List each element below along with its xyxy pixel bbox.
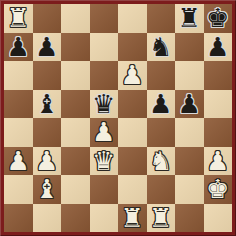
square-c1[interactable]	[61, 204, 90, 233]
square-c4[interactable]	[61, 118, 90, 147]
white-king[interactable]: ♚	[204, 175, 233, 204]
square-f7[interactable]: ♞	[147, 33, 176, 62]
black-pawn[interactable]: ♟	[4, 33, 33, 62]
chess-board: ♜♜♚♟♟♞♟♟♝♛♟♟♟♟♟♛♞♟♝♚♜♜	[4, 4, 232, 232]
square-c2[interactable]	[61, 175, 90, 204]
square-e4[interactable]	[118, 118, 147, 147]
square-e2[interactable]	[118, 175, 147, 204]
square-e1[interactable]: ♜	[118, 204, 147, 233]
black-knight[interactable]: ♞	[147, 33, 176, 62]
square-h7[interactable]: ♟	[204, 33, 233, 62]
square-d8[interactable]	[90, 4, 119, 33]
square-b6[interactable]	[33, 61, 62, 90]
square-f3[interactable]: ♞	[147, 147, 176, 176]
square-f2[interactable]	[147, 175, 176, 204]
square-a3[interactable]: ♟	[4, 147, 33, 176]
square-e3[interactable]	[118, 147, 147, 176]
square-b4[interactable]	[33, 118, 62, 147]
square-c8[interactable]	[61, 4, 90, 33]
square-b8[interactable]	[33, 4, 62, 33]
square-d1[interactable]	[90, 204, 119, 233]
square-a5[interactable]	[4, 90, 33, 119]
square-a1[interactable]	[4, 204, 33, 233]
square-d3[interactable]: ♛	[90, 147, 119, 176]
black-king[interactable]: ♚	[204, 4, 233, 33]
black-pawn[interactable]: ♟	[175, 90, 204, 119]
black-pawn[interactable]: ♟	[147, 90, 176, 119]
square-f6[interactable]	[147, 61, 176, 90]
white-rook[interactable]: ♜	[118, 204, 147, 233]
square-d4[interactable]: ♟	[90, 118, 119, 147]
black-pawn[interactable]: ♟	[204, 33, 233, 62]
square-e7[interactable]	[118, 33, 147, 62]
square-a8[interactable]: ♜	[4, 4, 33, 33]
square-e6[interactable]: ♟	[118, 61, 147, 90]
white-bishop[interactable]: ♝	[33, 175, 62, 204]
white-queen[interactable]: ♛	[90, 147, 119, 176]
square-a6[interactable]	[4, 61, 33, 90]
square-h1[interactable]	[204, 204, 233, 233]
square-h2[interactable]: ♚	[204, 175, 233, 204]
square-c7[interactable]	[61, 33, 90, 62]
square-b7[interactable]: ♟	[33, 33, 62, 62]
black-rook[interactable]: ♜	[175, 4, 204, 33]
square-g1[interactable]	[175, 204, 204, 233]
board-frame: ♜♜♚♟♟♞♟♟♝♛♟♟♟♟♟♛♞♟♝♚♜♜	[0, 0, 236, 236]
black-bishop[interactable]: ♝	[33, 90, 62, 119]
square-g8[interactable]: ♜	[175, 4, 204, 33]
square-g4[interactable]	[175, 118, 204, 147]
square-c5[interactable]	[61, 90, 90, 119]
square-f5[interactable]: ♟	[147, 90, 176, 119]
square-d2[interactable]	[90, 175, 119, 204]
square-g2[interactable]	[175, 175, 204, 204]
square-g5[interactable]: ♟	[175, 90, 204, 119]
white-rook[interactable]: ♜	[147, 204, 176, 233]
white-pawn[interactable]: ♟	[90, 118, 119, 147]
square-g7[interactable]	[175, 33, 204, 62]
square-b5[interactable]: ♝	[33, 90, 62, 119]
square-a4[interactable]	[4, 118, 33, 147]
square-h5[interactable]	[204, 90, 233, 119]
white-pawn[interactable]: ♟	[33, 147, 62, 176]
square-a7[interactable]: ♟	[4, 33, 33, 62]
square-g6[interactable]	[175, 61, 204, 90]
white-pawn[interactable]: ♟	[118, 61, 147, 90]
white-knight[interactable]: ♞	[147, 147, 176, 176]
square-d7[interactable]	[90, 33, 119, 62]
square-b2[interactable]: ♝	[33, 175, 62, 204]
square-h3[interactable]: ♟	[204, 147, 233, 176]
black-pawn[interactable]: ♟	[33, 33, 62, 62]
square-h4[interactable]	[204, 118, 233, 147]
square-e5[interactable]	[118, 90, 147, 119]
square-e8[interactable]	[118, 4, 147, 33]
square-a2[interactable]	[4, 175, 33, 204]
white-pawn[interactable]: ♟	[204, 147, 233, 176]
square-h8[interactable]: ♚	[204, 4, 233, 33]
square-c3[interactable]	[61, 147, 90, 176]
white-pawn[interactable]: ♟	[4, 147, 33, 176]
white-rook[interactable]: ♜	[4, 4, 33, 33]
square-b1[interactable]	[33, 204, 62, 233]
square-d5[interactable]: ♛	[90, 90, 119, 119]
square-h6[interactable]	[204, 61, 233, 90]
square-c6[interactable]	[61, 61, 90, 90]
black-queen[interactable]: ♛	[90, 90, 119, 119]
square-f1[interactable]: ♜	[147, 204, 176, 233]
square-b3[interactable]: ♟	[33, 147, 62, 176]
square-g3[interactable]	[175, 147, 204, 176]
square-d6[interactable]	[90, 61, 119, 90]
square-f4[interactable]	[147, 118, 176, 147]
square-f8[interactable]	[147, 4, 176, 33]
